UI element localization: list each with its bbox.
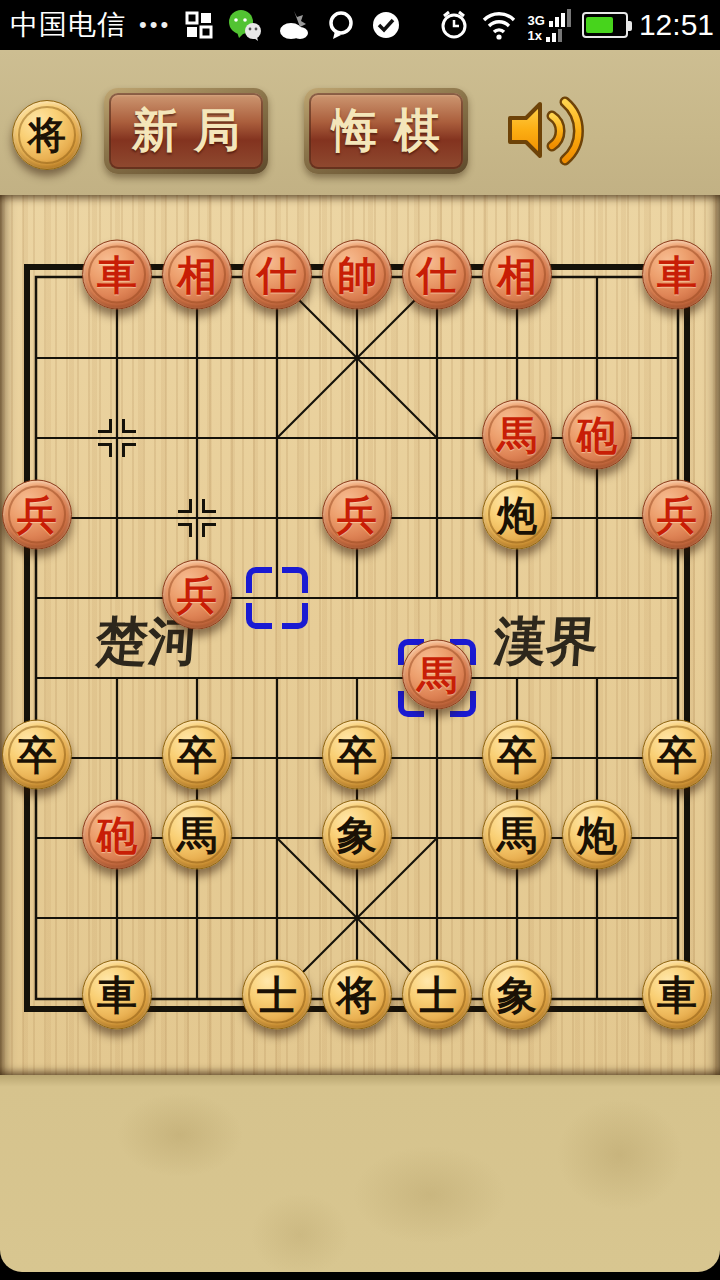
piece-char: 卒	[337, 735, 377, 775]
piece-black-c6[interactable]: 卒	[162, 720, 232, 790]
river-text-right: 漢界	[492, 607, 637, 677]
piece-char: 馬	[497, 815, 537, 855]
piece-char: 砲	[577, 415, 617, 455]
piece-black-g3[interactable]: 炮	[482, 480, 552, 550]
weather-icon	[276, 9, 312, 41]
xiangqi-board[interactable]: 楚河 漢界 車相仕帥仕相車馬砲兵兵炮兵兵馬卒卒卒卒卒砲馬象馬炮車士将士象車	[0, 195, 720, 1075]
piece-char: 将	[337, 975, 377, 1015]
piece-char: 兵	[17, 495, 57, 535]
speaker-icon[interactable]	[502, 90, 592, 172]
undo-button[interactable]: 悔棋	[304, 88, 468, 174]
signal-indicator: 3G 1x	[528, 9, 571, 42]
piece-char: 卒	[177, 735, 217, 775]
piece-char: 馬	[177, 815, 217, 855]
piece-red-f5[interactable]: 馬	[402, 640, 472, 710]
piece-char: 車	[657, 255, 697, 295]
piece-red-g0[interactable]: 相	[482, 240, 552, 310]
piece-red-b7[interactable]: 砲	[82, 800, 152, 870]
wifi-icon	[481, 10, 517, 40]
piece-black-e6[interactable]: 卒	[322, 720, 392, 790]
status-bar: 中国电信 •••	[0, 0, 720, 50]
bottom-panel	[0, 1075, 720, 1272]
piece-char: 士	[417, 975, 457, 1015]
toolbar: 将 新局 悔棋	[0, 50, 720, 195]
piece-black-e7[interactable]: 象	[322, 800, 392, 870]
xiangqi-app: 中国电信 •••	[0, 0, 720, 1280]
piece-char: 砲	[97, 815, 137, 855]
piece-char: 車	[97, 255, 137, 295]
signal-3g-label: 3G	[528, 15, 545, 27]
piece-black-h7[interactable]: 炮	[562, 800, 632, 870]
clock-time: 12:51	[639, 8, 714, 42]
turn-indicator-piece[interactable]: 将	[12, 100, 82, 170]
piece-char: 馬	[497, 415, 537, 455]
piece-black-c7[interactable]: 馬	[162, 800, 232, 870]
apps-grid-icon	[184, 10, 214, 40]
piece-red-d0[interactable]: 仕	[242, 240, 312, 310]
piece-char: 相	[497, 255, 537, 295]
piece-red-g2[interactable]: 馬	[482, 400, 552, 470]
piece-char: 卒	[657, 735, 697, 775]
wechat-icon	[227, 9, 263, 41]
piece-char: 炮	[497, 495, 537, 535]
piece-black-g6[interactable]: 卒	[482, 720, 552, 790]
piece-char: 仕	[417, 255, 457, 295]
piece-red-a3[interactable]: 兵	[2, 480, 72, 550]
piece-char: 象	[337, 815, 377, 855]
notification-dots: •••	[139, 12, 171, 38]
piece-red-b0[interactable]: 車	[82, 240, 152, 310]
check-circle-icon	[370, 9, 402, 41]
piece-black-i9[interactable]: 車	[642, 960, 712, 1030]
piece-char: 車	[657, 975, 697, 1015]
piece-black-b9[interactable]: 車	[82, 960, 152, 1030]
piece-red-i3[interactable]: 兵	[642, 480, 712, 550]
piece-black-g9[interactable]: 象	[482, 960, 552, 1030]
battery-icon	[582, 12, 628, 38]
piece-red-c0[interactable]: 相	[162, 240, 232, 310]
alarm-clock-icon	[438, 9, 470, 41]
piece-red-h2[interactable]: 砲	[562, 400, 632, 470]
piece-char: 卒	[17, 735, 57, 775]
piece-char: 帥	[337, 255, 377, 295]
chat-bubble-icon	[325, 9, 357, 41]
turn-indicator-char: 将	[28, 110, 66, 161]
piece-char: 象	[497, 975, 537, 1015]
piece-char: 兵	[657, 495, 697, 535]
piece-red-c4[interactable]: 兵	[162, 560, 232, 630]
new-game-label: 新局	[116, 100, 256, 162]
undo-label: 悔棋	[316, 100, 456, 162]
carrier-label: 中国电信	[10, 6, 126, 44]
signal-1x-label: 1x	[528, 30, 542, 42]
piece-char: 卒	[497, 735, 537, 775]
piece-char: 相	[177, 255, 217, 295]
piece-char: 兵	[177, 575, 217, 615]
piece-red-i0[interactable]: 車	[642, 240, 712, 310]
piece-char: 士	[257, 975, 297, 1015]
piece-black-g7[interactable]: 馬	[482, 800, 552, 870]
piece-black-d9[interactable]: 士	[242, 960, 312, 1030]
piece-char: 炮	[577, 815, 617, 855]
new-game-button[interactable]: 新局	[104, 88, 268, 174]
piece-black-i6[interactable]: 卒	[642, 720, 712, 790]
piece-black-a6[interactable]: 卒	[2, 720, 72, 790]
piece-char: 車	[97, 975, 137, 1015]
piece-char: 兵	[337, 495, 377, 535]
piece-char: 馬	[417, 655, 457, 695]
piece-red-e3[interactable]: 兵	[322, 480, 392, 550]
piece-red-f0[interactable]: 仕	[402, 240, 472, 310]
piece-red-e0[interactable]: 帥	[322, 240, 392, 310]
piece-black-e9[interactable]: 将	[322, 960, 392, 1030]
piece-char: 仕	[257, 255, 297, 295]
piece-black-f9[interactable]: 士	[402, 960, 472, 1030]
